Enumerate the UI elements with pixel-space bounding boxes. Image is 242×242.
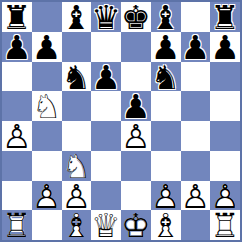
- square-g4[interactable]: [181, 121, 211, 151]
- square-d5[interactable]: [91, 91, 121, 121]
- white-bishop-piece: ♝♗: [151, 211, 181, 241]
- square-g2[interactable]: ♟♙: [181, 181, 211, 211]
- square-f8[interactable]: ♝: [151, 2, 181, 32]
- square-b6[interactable]: [32, 62, 62, 92]
- square-c6[interactable]: ♞: [62, 62, 92, 92]
- white-pawn-piece: ♟♙: [181, 182, 211, 212]
- square-b5[interactable]: ♞♘: [32, 91, 62, 121]
- square-c1[interactable]: ♝♗: [62, 210, 92, 240]
- black-pawn-piece: ♟: [210, 33, 240, 63]
- square-d6[interactable]: ♟: [91, 62, 121, 92]
- white-pawn-piece: ♟♙: [121, 122, 151, 152]
- square-a1[interactable]: ♜♖: [2, 210, 32, 240]
- white-knight-piece: ♞♘: [32, 92, 62, 122]
- square-b2[interactable]: ♟♙: [32, 181, 62, 211]
- square-a4[interactable]: ♟♙: [2, 121, 32, 151]
- square-f7[interactable]: ♟: [151, 32, 181, 62]
- black-pawn-piece: ♟: [32, 33, 62, 63]
- white-pawn-piece: ♟♙: [151, 182, 181, 212]
- square-f2[interactable]: ♟♙: [151, 181, 181, 211]
- black-queen-piece: ♛: [91, 3, 121, 33]
- square-b7[interactable]: ♟: [32, 32, 62, 62]
- white-bishop-piece: ♝♗: [62, 211, 92, 241]
- square-e8[interactable]: ♚: [121, 2, 151, 32]
- square-g6[interactable]: [181, 62, 211, 92]
- square-d7[interactable]: [91, 32, 121, 62]
- square-a2[interactable]: [2, 181, 32, 211]
- square-h6[interactable]: [210, 62, 240, 92]
- square-h2[interactable]: ♟♙: [210, 181, 240, 211]
- square-g7[interactable]: ♟: [181, 32, 211, 62]
- square-a8[interactable]: ♜: [2, 2, 32, 32]
- square-d3[interactable]: [91, 151, 121, 181]
- square-c5[interactable]: [62, 91, 92, 121]
- white-pawn-piece: ♟♙: [2, 122, 32, 152]
- black-pawn-piece: ♟: [151, 33, 181, 63]
- square-b3[interactable]: [32, 151, 62, 181]
- black-knight-piece: ♞: [151, 63, 181, 93]
- square-a6[interactable]: [2, 62, 32, 92]
- square-e4[interactable]: ♟♙: [121, 121, 151, 151]
- square-c4[interactable]: [62, 121, 92, 151]
- black-pawn-piece: ♟: [91, 63, 121, 93]
- square-d4[interactable]: [91, 121, 121, 151]
- black-pawn-piece: ♟: [181, 33, 211, 63]
- square-f4[interactable]: [151, 121, 181, 151]
- square-e1[interactable]: ♚♔: [121, 210, 151, 240]
- square-g3[interactable]: [181, 151, 211, 181]
- square-b4[interactable]: [32, 121, 62, 151]
- square-f5[interactable]: [151, 91, 181, 121]
- square-e7[interactable]: [121, 32, 151, 62]
- square-c3[interactable]: ♞♘: [62, 151, 92, 181]
- chess-board-frame: ♜♝♛♚♝♜♟♟♟♟♟♞♟♞♞♘♟♟♙♟♙♞♘♟♙♟♙♟♙♟♙♟♙♜♖♝♗♛♕♚…: [0, 0, 242, 242]
- square-h3[interactable]: [210, 151, 240, 181]
- square-c2[interactable]: ♟♙: [62, 181, 92, 211]
- white-queen-piece: ♛♕: [91, 211, 121, 241]
- square-g1[interactable]: [181, 210, 211, 240]
- square-b8[interactable]: [32, 2, 62, 32]
- square-e5[interactable]: ♟: [121, 91, 151, 121]
- black-bishop-piece: ♝: [62, 3, 92, 33]
- white-pawn-piece: ♟♙: [62, 182, 92, 212]
- white-rook-piece: ♜♖: [210, 211, 240, 241]
- square-e3[interactable]: [121, 151, 151, 181]
- square-d8[interactable]: ♛: [91, 2, 121, 32]
- square-h4[interactable]: [210, 121, 240, 151]
- black-rook-piece: ♜: [210, 3, 240, 33]
- square-f3[interactable]: [151, 151, 181, 181]
- black-pawn-piece: ♟: [2, 33, 32, 63]
- white-pawn-piece: ♟♙: [32, 182, 62, 212]
- black-pawn-piece: ♟: [121, 92, 151, 122]
- white-king-piece: ♚♔: [121, 211, 151, 241]
- black-king-piece: ♚: [121, 3, 151, 33]
- square-h8[interactable]: ♜: [210, 2, 240, 32]
- square-h7[interactable]: ♟: [210, 32, 240, 62]
- chess-board: ♜♝♛♚♝♜♟♟♟♟♟♞♟♞♞♘♟♟♙♟♙♞♘♟♙♟♙♟♙♟♙♟♙♜♖♝♗♛♕♚…: [2, 2, 240, 240]
- square-e2[interactable]: [121, 181, 151, 211]
- square-a5[interactable]: [2, 91, 32, 121]
- square-c7[interactable]: [62, 32, 92, 62]
- black-knight-piece: ♞: [62, 63, 92, 93]
- square-h5[interactable]: [210, 91, 240, 121]
- white-knight-piece: ♞♘: [62, 152, 92, 182]
- square-b1[interactable]: [32, 210, 62, 240]
- white-rook-piece: ♜♖: [2, 211, 32, 241]
- square-d1[interactable]: ♛♕: [91, 210, 121, 240]
- square-g5[interactable]: [181, 91, 211, 121]
- black-rook-piece: ♜: [2, 3, 32, 33]
- black-bishop-piece: ♝: [151, 3, 181, 33]
- square-f6[interactable]: ♞: [151, 62, 181, 92]
- white-pawn-piece: ♟♙: [210, 182, 240, 212]
- square-g8[interactable]: [181, 2, 211, 32]
- square-f1[interactable]: ♝♗: [151, 210, 181, 240]
- square-a7[interactable]: ♟: [2, 32, 32, 62]
- square-e6[interactable]: [121, 62, 151, 92]
- square-c8[interactable]: ♝: [62, 2, 92, 32]
- square-a3[interactable]: [2, 151, 32, 181]
- square-h1[interactable]: ♜♖: [210, 210, 240, 240]
- square-d2[interactable]: [91, 181, 121, 211]
